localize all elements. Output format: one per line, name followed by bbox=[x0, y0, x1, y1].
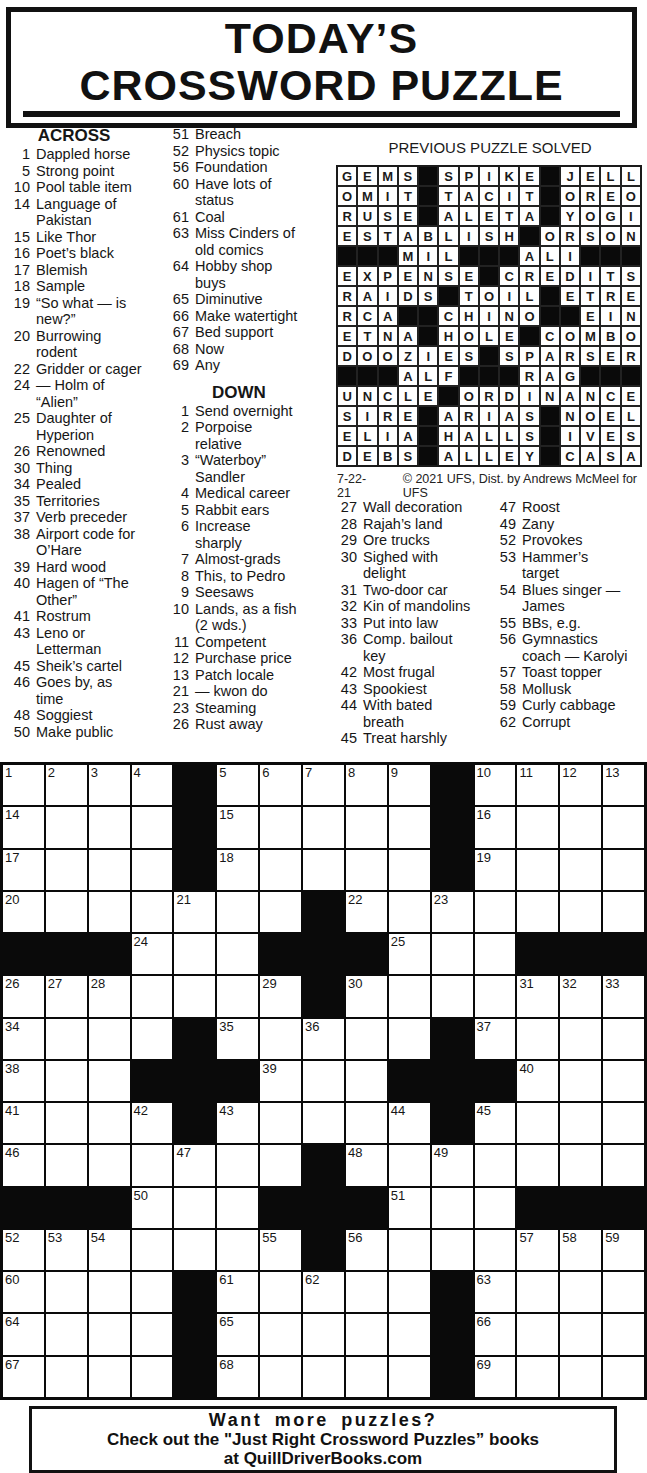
solved-letter-cell: R bbox=[480, 387, 498, 405]
grid-cell[interactable] bbox=[132, 1272, 173, 1312]
grid-cell[interactable]: 29 bbox=[260, 976, 301, 1016]
clue-across-60: 60Have lots of status bbox=[165, 176, 335, 209]
grid-cell[interactable] bbox=[389, 1357, 430, 1397]
grid-cell[interactable] bbox=[89, 1019, 130, 1059]
grid-cell[interactable]: 55 bbox=[260, 1230, 301, 1270]
solved-letter-cell: T bbox=[500, 207, 518, 225]
grid-cell[interactable] bbox=[346, 1019, 387, 1059]
grid-cell[interactable] bbox=[132, 850, 173, 890]
grid-cell[interactable]: 23 bbox=[432, 892, 473, 932]
grid-cell[interactable] bbox=[46, 892, 87, 932]
solved-letter-cell: E bbox=[419, 387, 437, 405]
grid-cell[interactable] bbox=[475, 976, 516, 1016]
grid-cell[interactable]: 5 bbox=[217, 765, 258, 805]
grid-cell[interactable] bbox=[603, 1314, 644, 1354]
grid-cell[interactable]: 65 bbox=[217, 1314, 258, 1354]
grid-cell[interactable] bbox=[89, 1314, 130, 1354]
grid-cell[interactable] bbox=[603, 1357, 644, 1397]
solved-letter-cell: E bbox=[338, 427, 356, 445]
grid-cell[interactable]: 48 bbox=[346, 1145, 387, 1185]
grid-black-cell bbox=[432, 765, 473, 805]
cell-number: 16 bbox=[477, 807, 491, 822]
grid-cell[interactable]: 49 bbox=[432, 1145, 473, 1185]
solved-black-cell bbox=[622, 247, 640, 265]
grid-cell[interactable] bbox=[174, 1188, 215, 1228]
cell-number: 39 bbox=[262, 1061, 276, 1076]
grid-cell[interactable] bbox=[389, 976, 430, 1016]
grid-cell[interactable] bbox=[217, 934, 258, 974]
solved-letter-cell: X bbox=[358, 267, 376, 285]
clue-text: This, to Pedro bbox=[195, 568, 285, 584]
grid-cell[interactable] bbox=[560, 892, 601, 932]
grid-cell[interactable]: 18 bbox=[217, 850, 258, 890]
grid-black-cell bbox=[346, 934, 387, 974]
grid-cell[interactable]: 64 bbox=[3, 1314, 44, 1354]
grid-cell[interactable]: 35 bbox=[217, 1019, 258, 1059]
grid-cell[interactable]: 14 bbox=[3, 807, 44, 847]
grid-cell[interactable]: 50 bbox=[132, 1188, 173, 1228]
grid-cell[interactable] bbox=[46, 807, 87, 847]
grid-cell[interactable] bbox=[389, 1230, 430, 1270]
grid-cell[interactable] bbox=[475, 934, 516, 974]
clue-number: 46 bbox=[7, 674, 30, 691]
clue-down-23: 23Steaming bbox=[165, 700, 335, 717]
solved-black-cell bbox=[460, 247, 478, 265]
clue-text: Rabbit ears bbox=[195, 502, 269, 518]
grid-cell[interactable] bbox=[603, 850, 644, 890]
grid-cell[interactable]: 32 bbox=[560, 976, 601, 1016]
today-puzzle-grid: 1234567891011121314151617181920212223242… bbox=[0, 762, 647, 1400]
cell-number: 30 bbox=[348, 976, 362, 991]
solved-letter-cell: E bbox=[399, 407, 417, 425]
solved-black-cell bbox=[561, 307, 579, 325]
solved-letter-cell: S bbox=[480, 227, 498, 245]
solved-letter-cell: L bbox=[460, 447, 478, 465]
solved-letter-cell: A bbox=[399, 327, 417, 345]
solved-letter-cell: G bbox=[338, 167, 356, 185]
clue-across-64: 64Hobby shop buys bbox=[165, 258, 335, 291]
grid-cell[interactable]: 34 bbox=[3, 1019, 44, 1059]
grid-cell[interactable] bbox=[517, 1357, 558, 1397]
grid-cell[interactable] bbox=[603, 1061, 644, 1101]
grid-cell[interactable]: 43 bbox=[217, 1103, 258, 1143]
grid-black-cell bbox=[432, 1272, 473, 1312]
solved-letter-cell: E bbox=[601, 187, 619, 205]
grid-cell[interactable]: 41 bbox=[3, 1103, 44, 1143]
grid-cell[interactable]: 12 bbox=[560, 765, 601, 805]
grid-cell[interactable] bbox=[46, 1272, 87, 1312]
grid-cell[interactable] bbox=[132, 1357, 173, 1397]
grid-cell[interactable]: 19 bbox=[475, 850, 516, 890]
solved-letter-cell: E bbox=[338, 227, 356, 245]
grid-cell[interactable]: 63 bbox=[475, 1272, 516, 1312]
grid-cell[interactable] bbox=[346, 850, 387, 890]
grid-cell[interactable]: 44 bbox=[389, 1103, 430, 1143]
grid-cell[interactable]: 46 bbox=[3, 1145, 44, 1185]
solved-black-cell bbox=[541, 447, 559, 465]
grid-cell[interactable]: 36 bbox=[303, 1019, 344, 1059]
solved-letter-cell: N bbox=[500, 307, 518, 325]
grid-cell[interactable]: 2 bbox=[46, 765, 87, 805]
clue-text: Hagen of “The Other” bbox=[36, 575, 129, 608]
grid-cell[interactable] bbox=[217, 1230, 258, 1270]
clue-down-58: 58Mollusk bbox=[492, 681, 647, 698]
grid-cell[interactable] bbox=[303, 807, 344, 847]
grid-cell[interactable]: 45 bbox=[475, 1103, 516, 1143]
clue-down-4: 4Medical career bbox=[165, 485, 335, 502]
grid-cell[interactable] bbox=[303, 850, 344, 890]
cell-number: 46 bbox=[5, 1145, 19, 1160]
clue-text: Zany bbox=[522, 516, 554, 532]
grid-cell[interactable] bbox=[46, 1019, 87, 1059]
grid-cell[interactable] bbox=[432, 1188, 473, 1228]
clue-number: 5 bbox=[166, 502, 189, 519]
grid-cell[interactable]: 38 bbox=[3, 1061, 44, 1101]
grid-cell[interactable] bbox=[517, 1019, 558, 1059]
grid-cell[interactable]: 53 bbox=[46, 1230, 87, 1270]
grid-cell[interactable]: 1 bbox=[3, 765, 44, 805]
grid-cell[interactable]: 24 bbox=[132, 934, 173, 974]
grid-cell[interactable] bbox=[89, 1272, 130, 1312]
clue-number: 51 bbox=[166, 126, 189, 143]
grid-cell[interactable]: 15 bbox=[217, 807, 258, 847]
grid-cell[interactable] bbox=[432, 934, 473, 974]
cell-number: 8 bbox=[348, 765, 355, 780]
grid-cell[interactable]: 16 bbox=[475, 807, 516, 847]
clue-text: — kwon do bbox=[195, 683, 268, 699]
grid-cell[interactable] bbox=[174, 976, 215, 1016]
clue-text: Ore trucks bbox=[363, 532, 430, 548]
grid-black-cell bbox=[303, 1145, 344, 1185]
grid-cell[interactable] bbox=[174, 934, 215, 974]
grid-cell[interactable]: 22 bbox=[346, 892, 387, 932]
clue-number: 30 bbox=[7, 460, 30, 477]
grid-cell[interactable]: 6 bbox=[260, 765, 301, 805]
clue-number: 10 bbox=[7, 179, 30, 196]
grid-cell[interactable] bbox=[346, 1314, 387, 1354]
grid-cell[interactable]: 68 bbox=[217, 1357, 258, 1397]
solved-letter-cell: S bbox=[439, 267, 457, 285]
cell-number: 31 bbox=[519, 976, 533, 991]
grid-cell[interactable] bbox=[89, 1103, 130, 1143]
grid-cell[interactable] bbox=[132, 1230, 173, 1270]
cell-number: 45 bbox=[477, 1103, 491, 1118]
grid-cell[interactable] bbox=[346, 1357, 387, 1397]
grid-cell[interactable]: 13 bbox=[603, 765, 644, 805]
grid-cell[interactable] bbox=[475, 1145, 516, 1185]
clue-text: Airport code for O’Hare bbox=[36, 526, 135, 559]
grid-cell[interactable] bbox=[603, 892, 644, 932]
clue-number: 50 bbox=[7, 724, 30, 741]
grid-cell[interactable]: 28 bbox=[89, 976, 130, 1016]
grid-cell[interactable]: 51 bbox=[389, 1188, 430, 1228]
cell-number: 34 bbox=[5, 1019, 19, 1034]
grid-cell[interactable] bbox=[560, 1145, 601, 1185]
solved-black-cell bbox=[379, 367, 397, 385]
grid-cell[interactable] bbox=[46, 1314, 87, 1354]
clue-text: Send overnight bbox=[195, 403, 293, 419]
grid-cell[interactable] bbox=[260, 1272, 301, 1312]
solved-letter-cell: B bbox=[419, 227, 437, 245]
solved-letter-cell: E bbox=[601, 347, 619, 365]
cell-number: 11 bbox=[519, 765, 533, 780]
grid-cell[interactable] bbox=[346, 807, 387, 847]
grid-cell[interactable] bbox=[389, 892, 430, 932]
grid-cell[interactable]: 67 bbox=[3, 1357, 44, 1397]
grid-cell[interactable]: 39 bbox=[260, 1061, 301, 1101]
grid-cell[interactable] bbox=[132, 976, 173, 1016]
grid-cell[interactable] bbox=[603, 1103, 644, 1143]
clue-down-30: 30Sighed with delight bbox=[333, 549, 493, 582]
cell-number: 37 bbox=[477, 1019, 491, 1034]
solved-black-cell bbox=[439, 387, 457, 405]
clue-number: 4 bbox=[166, 485, 189, 502]
grid-cell[interactable] bbox=[217, 1188, 258, 1228]
grid-cell[interactable]: 25 bbox=[389, 934, 430, 974]
solved-black-cell bbox=[622, 367, 640, 385]
clue-number: 55 bbox=[493, 615, 516, 632]
grid-cell[interactable] bbox=[517, 892, 558, 932]
grid-cell[interactable] bbox=[475, 1188, 516, 1228]
grid-cell[interactable]: 60 bbox=[3, 1272, 44, 1312]
grid-cell[interactable] bbox=[517, 1103, 558, 1143]
grid-cell[interactable] bbox=[346, 1103, 387, 1143]
grid-cell[interactable]: 56 bbox=[346, 1230, 387, 1270]
grid-cell[interactable] bbox=[389, 1272, 430, 1312]
grid-cell[interactable] bbox=[475, 892, 516, 932]
grid-cell[interactable] bbox=[217, 1145, 258, 1185]
clue-number: 27 bbox=[334, 499, 357, 516]
grid-cell[interactable]: 58 bbox=[560, 1230, 601, 1270]
grid-black-cell bbox=[174, 1357, 215, 1397]
solved-letter-cell: A bbox=[399, 227, 417, 245]
solved-black-cell bbox=[541, 307, 559, 325]
grid-cell[interactable] bbox=[603, 1145, 644, 1185]
grid-cell[interactable]: 17 bbox=[3, 850, 44, 890]
clue-number: 2 bbox=[166, 419, 189, 436]
grid-cell[interactable]: 26 bbox=[3, 976, 44, 1016]
grid-cell[interactable] bbox=[517, 1314, 558, 1354]
cell-number: 23 bbox=[434, 892, 448, 907]
solved-letter-cell: A bbox=[358, 287, 376, 305]
cell-number: 48 bbox=[348, 1145, 362, 1160]
solved-letter-cell: A bbox=[379, 307, 397, 325]
grid-cell[interactable]: 7 bbox=[303, 765, 344, 805]
clue-across-67: 67Bed support bbox=[165, 324, 335, 341]
grid-cell[interactable] bbox=[517, 1145, 558, 1185]
grid-cell[interactable]: 21 bbox=[174, 892, 215, 932]
grid-cell[interactable] bbox=[346, 1061, 387, 1101]
grid-cell[interactable] bbox=[389, 807, 430, 847]
clue-across-41: 41Rostrum bbox=[6, 608, 164, 625]
grid-cell[interactable]: 66 bbox=[475, 1314, 516, 1354]
solved-letter-cell: B bbox=[601, 327, 619, 345]
grid-cell[interactable]: 47 bbox=[174, 1145, 215, 1185]
clue-down-1: 1Send overnight bbox=[165, 403, 335, 420]
grid-cell[interactable]: 31 bbox=[517, 976, 558, 1016]
clue-across-50: 50Make public bbox=[6, 724, 164, 741]
clue-number: 61 bbox=[166, 209, 189, 226]
grid-cell[interactable]: 9 bbox=[389, 765, 430, 805]
grid-cell[interactable] bbox=[260, 807, 301, 847]
grid-black-cell bbox=[46, 934, 87, 974]
solved-black-cell bbox=[480, 267, 498, 285]
grid-cell[interactable] bbox=[560, 807, 601, 847]
grid-cell[interactable] bbox=[89, 1061, 130, 1101]
clue-number: 39 bbox=[7, 559, 30, 576]
grid-cell[interactable]: 11 bbox=[517, 765, 558, 805]
grid-cell[interactable] bbox=[132, 1019, 173, 1059]
clue-across-65: 65Diminutive bbox=[165, 291, 335, 308]
grid-cell[interactable] bbox=[303, 1103, 344, 1143]
grid-cell[interactable] bbox=[89, 892, 130, 932]
grid-cell[interactable] bbox=[260, 1357, 301, 1397]
grid-cell[interactable] bbox=[132, 807, 173, 847]
grid-cell[interactable] bbox=[260, 1145, 301, 1185]
grid-cell[interactable] bbox=[260, 1314, 301, 1354]
grid-cell[interactable] bbox=[260, 1103, 301, 1143]
grid-cell[interactable] bbox=[389, 850, 430, 890]
grid-cell[interactable] bbox=[560, 1272, 601, 1312]
clue-number: 45 bbox=[7, 658, 30, 675]
grid-cell[interactable] bbox=[46, 1357, 87, 1397]
clue-number: 30 bbox=[334, 549, 357, 566]
grid-cell[interactable]: 61 bbox=[217, 1272, 258, 1312]
grid-cell[interactable] bbox=[389, 1145, 430, 1185]
grid-cell[interactable] bbox=[89, 1145, 130, 1185]
grid-cell[interactable] bbox=[217, 892, 258, 932]
grid-cell[interactable] bbox=[346, 1272, 387, 1312]
grid-cell[interactable] bbox=[217, 976, 258, 1016]
grid-cell[interactable] bbox=[560, 1357, 601, 1397]
grid-black-cell bbox=[260, 934, 301, 974]
solved-letter-cell: A bbox=[541, 367, 559, 385]
clue-text: Wall decoration bbox=[363, 499, 462, 515]
grid-cell[interactable] bbox=[89, 807, 130, 847]
grid-cell[interactable] bbox=[132, 1314, 173, 1354]
grid-cell[interactable]: 3 bbox=[89, 765, 130, 805]
clue-across-63: 63Miss Cinders of old comics bbox=[165, 225, 335, 258]
grid-cell[interactable] bbox=[46, 1103, 87, 1143]
grid-cell[interactable] bbox=[46, 850, 87, 890]
grid-cell[interactable] bbox=[432, 1230, 473, 1270]
grid-cell[interactable] bbox=[89, 1357, 130, 1397]
grid-cell[interactable] bbox=[89, 850, 130, 890]
clue-text: Poet’s black bbox=[36, 245, 114, 261]
grid-cell[interactable] bbox=[46, 1061, 87, 1101]
clue-across-34: 34Pealed bbox=[6, 476, 164, 493]
grid-cell[interactable] bbox=[46, 1145, 87, 1185]
clue-text: Blemish bbox=[36, 262, 88, 278]
solved-letter-cell: E bbox=[358, 447, 376, 465]
clue-across-35: 35Territories bbox=[6, 493, 164, 510]
solved-letter-cell: H bbox=[500, 227, 518, 245]
grid-cell[interactable]: 62 bbox=[303, 1272, 344, 1312]
grid-cell[interactable] bbox=[389, 1314, 430, 1354]
grid-cell[interactable] bbox=[560, 1103, 601, 1143]
solved-letter-cell: L bbox=[419, 367, 437, 385]
grid-cell[interactable]: 33 bbox=[603, 976, 644, 1016]
grid-cell[interactable] bbox=[603, 1272, 644, 1312]
grid-cell[interactable] bbox=[303, 1061, 344, 1101]
grid-cell[interactable] bbox=[603, 1019, 644, 1059]
solved-letter-cell: T bbox=[601, 267, 619, 285]
grid-cell[interactable] bbox=[517, 850, 558, 890]
grid-cell[interactable] bbox=[260, 1019, 301, 1059]
grid-cell[interactable]: 27 bbox=[46, 976, 87, 1016]
clue-number: 24 bbox=[7, 377, 30, 394]
solved-letter-cell: O bbox=[358, 347, 376, 365]
grid-black-cell bbox=[517, 1188, 558, 1228]
solved-letter-cell: O bbox=[520, 307, 538, 325]
cell-number: 60 bbox=[5, 1272, 19, 1287]
solved-black-cell bbox=[460, 367, 478, 385]
grid-cell[interactable] bbox=[132, 892, 173, 932]
grid-cell[interactable]: 42 bbox=[132, 1103, 173, 1143]
solved-letter-cell: Z bbox=[399, 347, 417, 365]
grid-cell[interactable] bbox=[174, 1230, 215, 1270]
clue-down-13: 13Patch locale bbox=[165, 667, 335, 684]
previous-puzzle-title: PREVIOUS PUZZLE SOLVED bbox=[333, 139, 647, 156]
solved-letter-cell: I bbox=[480, 407, 498, 425]
grid-cell[interactable] bbox=[560, 850, 601, 890]
solved-black-cell bbox=[439, 287, 457, 305]
grid-cell[interactable] bbox=[517, 807, 558, 847]
grid-cell[interactable]: 40 bbox=[517, 1061, 558, 1101]
grid-cell[interactable] bbox=[303, 1357, 344, 1397]
solved-black-cell bbox=[419, 207, 437, 225]
solved-black-cell bbox=[480, 367, 498, 385]
grid-cell[interactable]: 20 bbox=[3, 892, 44, 932]
clue-list-header: ACROSS bbox=[6, 126, 164, 146]
cell-number: 50 bbox=[134, 1188, 148, 1203]
grid-cell[interactable]: 37 bbox=[475, 1019, 516, 1059]
cell-number: 5 bbox=[219, 765, 226, 780]
grid-cell[interactable] bbox=[260, 892, 301, 932]
grid-cell[interactable]: 69 bbox=[475, 1357, 516, 1397]
solved-letter-cell: N bbox=[581, 387, 599, 405]
grid-cell[interactable]: 59 bbox=[603, 1230, 644, 1270]
grid-cell[interactable] bbox=[560, 1061, 601, 1101]
grid-cell[interactable] bbox=[560, 1019, 601, 1059]
grid-cell[interactable] bbox=[475, 1230, 516, 1270]
grid-cell[interactable] bbox=[260, 850, 301, 890]
grid-cell[interactable] bbox=[560, 1314, 601, 1354]
solved-letter-cell: I bbox=[379, 427, 397, 445]
solved-black-cell bbox=[419, 427, 437, 445]
grid-cell[interactable] bbox=[517, 1272, 558, 1312]
grid-cell[interactable] bbox=[432, 976, 473, 1016]
grid-cell[interactable] bbox=[603, 807, 644, 847]
grid-black-cell bbox=[174, 1272, 215, 1312]
cell-number: 35 bbox=[219, 1019, 233, 1034]
grid-cell[interactable]: 10 bbox=[475, 765, 516, 805]
clue-number: 45 bbox=[334, 730, 357, 747]
grid-cell[interactable] bbox=[389, 1019, 430, 1059]
grid-cell[interactable] bbox=[303, 1314, 344, 1354]
grid-cell[interactable]: 4 bbox=[132, 765, 173, 805]
grid-cell[interactable]: 57 bbox=[517, 1230, 558, 1270]
grid-cell[interactable]: 54 bbox=[89, 1230, 130, 1270]
grid-cell[interactable]: 30 bbox=[346, 976, 387, 1016]
clue-text: Mollusk bbox=[522, 681, 571, 697]
cell-number: 2 bbox=[48, 765, 55, 780]
clue-text: Kin of mandolins bbox=[363, 598, 470, 614]
grid-cell[interactable]: 8 bbox=[346, 765, 387, 805]
grid-cell[interactable] bbox=[132, 1145, 173, 1185]
cell-number: 56 bbox=[348, 1230, 362, 1245]
grid-cell[interactable]: 52 bbox=[3, 1230, 44, 1270]
